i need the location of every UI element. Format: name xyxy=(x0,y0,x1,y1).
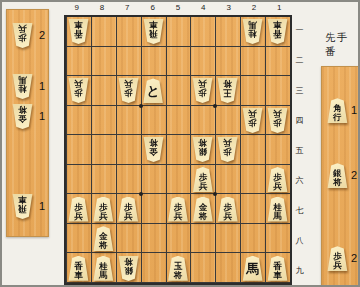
piece-kanji: 兵 xyxy=(99,212,108,221)
piece-body: 歩兵 xyxy=(192,78,213,103)
piece-body: 香車 xyxy=(68,19,89,44)
piece-body: 歩兵 xyxy=(93,197,114,222)
rank-label-7: 七 xyxy=(293,195,306,225)
piece-kanji: 香 xyxy=(74,29,83,38)
piece-kanji: 飛 xyxy=(149,29,158,38)
piece-body: 歩兵 xyxy=(192,167,213,192)
piece-body: 角行 xyxy=(327,98,348,123)
piece-body: 歩兵 xyxy=(242,108,263,133)
piece-kanji: 将 xyxy=(124,257,133,266)
piece-body: 歩兵 xyxy=(167,197,188,222)
piece-kanji: 将 xyxy=(18,105,27,114)
rank-label-9: 九 xyxy=(293,255,306,285)
piece-8g-sente[interactable]: 歩兵 xyxy=(91,194,116,224)
column-label-3: 3 xyxy=(216,2,241,14)
piece-body: 桂馬 xyxy=(267,197,288,222)
piece-body: 歩兵 xyxy=(267,167,288,192)
piece-kanji: 歩 xyxy=(248,118,257,127)
piece-kanji: 車 xyxy=(74,271,83,280)
piece-9i-sente[interactable]: 香車 xyxy=(66,253,91,283)
piece-body: 香車 xyxy=(68,256,89,281)
rank-label-3: 三 xyxy=(293,75,306,105)
piece-kanji: 馬 xyxy=(248,20,257,29)
turn-indicator: 先手番 xyxy=(325,31,358,59)
piece-4c-gote[interactable]: 歩兵 xyxy=(190,76,215,106)
piece-body: 桂馬 xyxy=(12,74,33,99)
piece-body: 桂馬 xyxy=(93,256,114,281)
piece-body: 香車 xyxy=(267,19,288,44)
hand-count-sente-歩兵: 2 xyxy=(351,252,357,264)
piece-kanji: 兵 xyxy=(199,79,208,88)
piece-1d-gote[interactable]: 歩兵 xyxy=(265,106,290,136)
hand-count-gote-金将: 1 xyxy=(39,110,45,122)
column-label-1: 1 xyxy=(267,2,292,14)
piece-9a-gote[interactable]: 香車 xyxy=(66,17,91,47)
piece-7c-gote[interactable]: 歩兵 xyxy=(116,76,141,106)
piece-3e-gote[interactable]: 歩兵 xyxy=(215,135,240,165)
piece-8i-sente[interactable]: 桂馬 xyxy=(91,253,116,283)
piece-body: 歩兵 xyxy=(327,246,348,271)
piece-kanji: 将 xyxy=(333,178,342,187)
column-label-9: 9 xyxy=(64,2,89,14)
piece-kanji: 兵 xyxy=(124,212,133,221)
piece-kanji: 馬 xyxy=(246,258,259,280)
column-label-6: 6 xyxy=(140,2,165,14)
hand-count-sente-角行: 1 xyxy=(351,104,357,116)
piece-kanji: 歩 xyxy=(74,88,83,97)
rank-label-8: 八 xyxy=(293,225,306,255)
piece-kanji: 車 xyxy=(273,271,282,280)
piece-kanji: 兵 xyxy=(224,212,233,221)
rank-label-1: 一 xyxy=(293,15,306,45)
piece-kanji: 兵 xyxy=(174,212,183,221)
piece-kanji: 歩 xyxy=(273,118,282,127)
piece-kanji: 兵 xyxy=(224,138,233,147)
piece-9g-sente[interactable]: 歩兵 xyxy=(66,194,91,224)
piece-body: 歩兵 xyxy=(68,78,89,103)
piece-body: 歩兵 xyxy=(12,23,33,48)
piece-kanji: 将 xyxy=(199,138,208,147)
piece-8h-sente[interactable]: 金将 xyxy=(91,224,116,254)
hand-piece-sente-角行[interactable]: 角行 xyxy=(325,96,350,126)
piece-7i-gote[interactable]: 銀将 xyxy=(116,253,141,283)
piece-2a-gote[interactable]: 桂馬 xyxy=(240,17,265,47)
piece-2i-sente[interactable]: 馬 xyxy=(240,253,265,283)
piece-body: 金将 xyxy=(12,104,33,129)
piece-body: 歩兵 xyxy=(68,197,89,222)
piece-kanji: 将 xyxy=(199,212,208,221)
piece-kanji: 兵 xyxy=(124,79,133,88)
piece-body: 金将 xyxy=(93,226,114,251)
piece-kanji: 馬 xyxy=(99,271,108,280)
hand-count-gote-飛車: 1 xyxy=(39,200,45,212)
rank-label-5: 五 xyxy=(293,135,306,165)
hand-piece-gote-歩兵[interactable]: 歩兵 xyxy=(10,21,35,51)
piece-kanji: 車 xyxy=(18,195,27,204)
piece-body: 香車 xyxy=(267,256,288,281)
piece-kanji: 桂 xyxy=(18,84,27,93)
piece-body: 馬 xyxy=(242,256,263,281)
column-label-5: 5 xyxy=(165,2,190,14)
piece-body: 歩兵 xyxy=(118,78,139,103)
piece-body: 王将 xyxy=(217,78,238,103)
piece-kanji: 馬 xyxy=(273,212,282,221)
piece-kanji: 歩 xyxy=(199,88,208,97)
piece-kanji: 銀 xyxy=(199,147,208,156)
hand-piece-sente-銀将[interactable]: 銀将 xyxy=(325,161,350,191)
piece-kanji: 歩 xyxy=(124,88,133,97)
piece-kanji: 兵 xyxy=(273,182,282,191)
piece-kanji: 歩 xyxy=(18,33,27,42)
column-labels: 987654321 xyxy=(64,2,292,14)
piece-kanji: 馬 xyxy=(18,75,27,84)
piece-kanji: 香 xyxy=(273,29,282,38)
piece-6e-gote[interactable]: 金将 xyxy=(141,135,166,165)
piece-2d-gote[interactable]: 歩兵 xyxy=(240,106,265,136)
piece-kanji: 兵 xyxy=(273,109,282,118)
hand-count-gote-桂馬: 1 xyxy=(39,80,45,92)
piece-kanji: 歩 xyxy=(224,147,233,156)
rank-label-4: 四 xyxy=(293,105,306,135)
piece-1f-sente[interactable]: 歩兵 xyxy=(265,165,290,195)
piece-kanji: 兵 xyxy=(74,212,83,221)
piece-3g-sente[interactable]: 歩兵 xyxy=(215,194,240,224)
rank-label-6: 六 xyxy=(293,165,306,195)
column-label-7: 7 xyxy=(115,2,140,14)
piece-6c-sente[interactable]: と xyxy=(141,76,166,106)
hand-count-sente-銀将: 2 xyxy=(351,169,357,181)
rank-label-2: 二 xyxy=(293,45,306,75)
rank-labels: 一二三四五六七八九 xyxy=(293,15,306,285)
piece-kanji: 王 xyxy=(224,88,233,97)
hand-piece-gote-飛車[interactable]: 飛車 xyxy=(10,192,35,222)
piece-5g-sente[interactable]: 歩兵 xyxy=(166,194,191,224)
hand-piece-gote-桂馬[interactable]: 桂馬 xyxy=(10,72,35,102)
piece-body: 飛車 xyxy=(143,19,164,44)
piece-4f-sente[interactable]: 歩兵 xyxy=(190,165,215,195)
piece-9c-gote[interactable]: 歩兵 xyxy=(66,76,91,106)
column-label-4: 4 xyxy=(191,2,216,14)
piece-4e-gote[interactable]: 銀将 xyxy=(190,135,215,165)
piece-6a-gote[interactable]: 飛車 xyxy=(141,17,166,47)
piece-kanji: 兵 xyxy=(248,109,257,118)
hand-piece-sente-歩兵[interactable]: 歩兵 xyxy=(325,244,350,274)
piece-kanji: 兵 xyxy=(333,261,342,270)
piece-body: 銀将 xyxy=(192,137,213,162)
column-label-2: 2 xyxy=(241,2,266,14)
piece-kanji: 将 xyxy=(174,271,183,280)
piece-kanji: 将 xyxy=(99,241,108,250)
piece-body: 金将 xyxy=(192,197,213,222)
piece-kanji: 兵 xyxy=(18,24,27,33)
piece-body: 歩兵 xyxy=(118,197,139,222)
shogi-board[interactable]: 香車飛車桂馬香車歩兵歩兵と歩兵王将歩兵歩兵金将銀将歩兵歩兵歩兵歩兵歩兵歩兵歩兵金… xyxy=(64,15,292,285)
piece-kanji: 兵 xyxy=(74,79,83,88)
column-label-8: 8 xyxy=(89,2,114,14)
shogi-app-window: 歩兵2桂馬1金将1飛車1 987654321 一二三四五六七八九 香車飛車桂馬香… xyxy=(0,0,360,287)
piece-kanji: 将 xyxy=(149,138,158,147)
piece-kanji: 金 xyxy=(18,114,27,123)
piece-1i-sente[interactable]: 香車 xyxy=(265,253,290,283)
piece-body: 飛車 xyxy=(12,194,33,219)
piece-body: 玉将 xyxy=(167,256,188,281)
piece-body: と xyxy=(143,78,164,103)
hand-count-gote-歩兵: 2 xyxy=(39,29,45,41)
piece-kanji: と xyxy=(146,80,159,102)
hand-piece-gote-金将[interactable]: 金将 xyxy=(10,102,35,132)
piece-body: 銀将 xyxy=(118,256,139,281)
piece-body: 歩兵 xyxy=(217,197,238,222)
piece-5i-sente[interactable]: 玉将 xyxy=(166,253,191,283)
piece-7g-sente[interactable]: 歩兵 xyxy=(116,194,141,224)
piece-1a-gote[interactable]: 香車 xyxy=(265,17,290,47)
piece-kanji: 兵 xyxy=(199,182,208,191)
piece-4g-sente[interactable]: 金将 xyxy=(190,194,215,224)
piece-body: 歩兵 xyxy=(217,137,238,162)
piece-body: 銀将 xyxy=(327,163,348,188)
piece-kanji: 車 xyxy=(273,20,282,29)
piece-kanji: 車 xyxy=(149,20,158,29)
piece-1g-sente[interactable]: 桂馬 xyxy=(265,194,290,224)
piece-3c-gote[interactable]: 王将 xyxy=(215,76,240,106)
piece-kanji: 飛 xyxy=(18,204,27,213)
piece-kanji: 金 xyxy=(149,147,158,156)
piece-body: 桂馬 xyxy=(242,19,263,44)
piece-kanji: 行 xyxy=(333,113,342,122)
piece-body: 金将 xyxy=(143,137,164,162)
piece-body: 歩兵 xyxy=(267,108,288,133)
piece-kanji: 車 xyxy=(74,20,83,29)
gote-hand-tray: 歩兵2桂馬1金将1飛車1 xyxy=(6,9,49,237)
piece-kanji: 桂 xyxy=(248,29,257,38)
piece-kanji: 将 xyxy=(224,79,233,88)
piece-kanji: 銀 xyxy=(124,266,133,275)
sente-hand-tray: 角行1銀将2歩兵2 xyxy=(321,66,360,287)
